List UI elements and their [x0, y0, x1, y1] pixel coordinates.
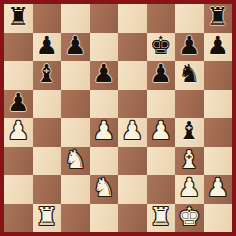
square-a5[interactable]: ♟ — [4, 90, 33, 119]
square-d8[interactable] — [90, 4, 119, 33]
square-c3[interactable]: ♞ — [61, 147, 90, 176]
square-a4[interactable]: ♟ — [4, 118, 33, 147]
black-rook[interactable]: ♜ — [7, 4, 29, 31]
black-knight[interactable]: ♞ — [178, 61, 200, 88]
square-a7[interactable] — [4, 33, 33, 62]
square-b4[interactable] — [33, 118, 62, 147]
chess-board: ♜♜♟♟♚♟♟♝♟♟♞♟♟♟♟♟♝♞♝♞♟♟♜♜♚ — [4, 4, 232, 232]
square-c6[interactable] — [61, 61, 90, 90]
square-b1[interactable]: ♜ — [33, 204, 62, 233]
black-pawn[interactable]: ♟ — [207, 33, 229, 60]
square-b8[interactable] — [33, 4, 62, 33]
square-h3[interactable] — [204, 147, 233, 176]
square-a1[interactable] — [4, 204, 33, 233]
square-f8[interactable] — [147, 4, 176, 33]
square-d3[interactable] — [90, 147, 119, 176]
square-a3[interactable] — [4, 147, 33, 176]
square-g7[interactable]: ♟ — [175, 33, 204, 62]
square-c8[interactable] — [61, 4, 90, 33]
square-b2[interactable] — [33, 175, 62, 204]
black-king[interactable]: ♚ — [150, 33, 172, 60]
square-b7[interactable]: ♟ — [33, 33, 62, 62]
square-d7[interactable] — [90, 33, 119, 62]
white-pawn[interactable]: ♟ — [150, 118, 172, 145]
square-h7[interactable]: ♟ — [204, 33, 233, 62]
white-pawn[interactable]: ♟ — [207, 175, 229, 202]
square-d4[interactable]: ♟ — [90, 118, 119, 147]
white-bishop[interactable]: ♝ — [178, 147, 200, 174]
square-f5[interactable] — [147, 90, 176, 119]
square-h6[interactable] — [204, 61, 233, 90]
square-e4[interactable]: ♟ — [118, 118, 147, 147]
black-pawn[interactable]: ♟ — [93, 61, 115, 88]
square-e1[interactable] — [118, 204, 147, 233]
square-f3[interactable] — [147, 147, 176, 176]
black-pawn[interactable]: ♟ — [64, 33, 86, 60]
square-g6[interactable]: ♞ — [175, 61, 204, 90]
square-d6[interactable]: ♟ — [90, 61, 119, 90]
square-h5[interactable] — [204, 90, 233, 119]
square-f2[interactable] — [147, 175, 176, 204]
square-e5[interactable] — [118, 90, 147, 119]
square-h2[interactable]: ♟ — [204, 175, 233, 204]
square-a8[interactable]: ♜ — [4, 4, 33, 33]
square-g1[interactable]: ♚ — [175, 204, 204, 233]
white-pawn[interactable]: ♟ — [7, 118, 29, 145]
white-rook[interactable]: ♜ — [150, 204, 172, 231]
square-a6[interactable] — [4, 61, 33, 90]
square-h4[interactable] — [204, 118, 233, 147]
chess-board-frame: ♜♜♟♟♚♟♟♝♟♟♞♟♟♟♟♟♝♞♝♞♟♟♜♜♚ — [0, 0, 236, 236]
square-c1[interactable] — [61, 204, 90, 233]
square-e2[interactable] — [118, 175, 147, 204]
square-h1[interactable] — [204, 204, 233, 233]
white-pawn[interactable]: ♟ — [93, 118, 115, 145]
white-knight[interactable]: ♞ — [64, 147, 86, 174]
black-bishop[interactable]: ♝ — [36, 61, 58, 88]
square-g2[interactable]: ♟ — [175, 175, 204, 204]
white-pawn[interactable]: ♟ — [121, 118, 143, 145]
square-g5[interactable] — [175, 90, 204, 119]
square-c5[interactable] — [61, 90, 90, 119]
square-c2[interactable] — [61, 175, 90, 204]
black-pawn[interactable]: ♟ — [178, 33, 200, 60]
square-g4[interactable]: ♝ — [175, 118, 204, 147]
square-d1[interactable] — [90, 204, 119, 233]
square-g8[interactable] — [175, 4, 204, 33]
black-rook[interactable]: ♜ — [207, 4, 229, 31]
square-f6[interactable]: ♟ — [147, 61, 176, 90]
square-f1[interactable]: ♜ — [147, 204, 176, 233]
white-rook[interactable]: ♜ — [36, 204, 58, 231]
black-pawn[interactable]: ♟ — [150, 61, 172, 88]
black-pawn[interactable]: ♟ — [7, 90, 29, 117]
square-g3[interactable]: ♝ — [175, 147, 204, 176]
square-e7[interactable] — [118, 33, 147, 62]
white-knight[interactable]: ♞ — [93, 175, 115, 202]
square-e3[interactable] — [118, 147, 147, 176]
square-c4[interactable] — [61, 118, 90, 147]
white-king[interactable]: ♚ — [178, 204, 200, 231]
black-pawn[interactable]: ♟ — [36, 33, 58, 60]
black-bishop[interactable]: ♝ — [178, 118, 200, 145]
white-pawn[interactable]: ♟ — [178, 175, 200, 202]
square-d5[interactable] — [90, 90, 119, 119]
square-f4[interactable]: ♟ — [147, 118, 176, 147]
square-e6[interactable] — [118, 61, 147, 90]
square-a2[interactable] — [4, 175, 33, 204]
square-c7[interactable]: ♟ — [61, 33, 90, 62]
square-b3[interactable] — [33, 147, 62, 176]
square-h8[interactable]: ♜ — [204, 4, 233, 33]
square-b6[interactable]: ♝ — [33, 61, 62, 90]
square-f7[interactable]: ♚ — [147, 33, 176, 62]
square-b5[interactable] — [33, 90, 62, 119]
square-d2[interactable]: ♞ — [90, 175, 119, 204]
square-e8[interactable] — [118, 4, 147, 33]
